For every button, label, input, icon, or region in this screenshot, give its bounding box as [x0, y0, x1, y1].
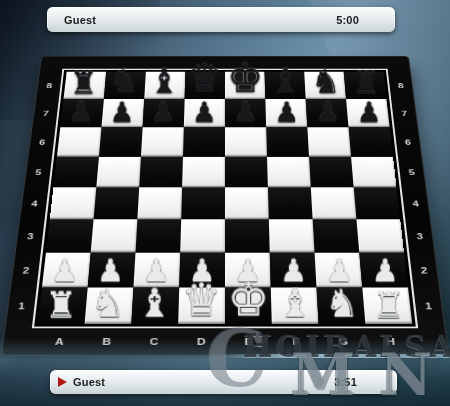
rank-label-left-3: 3 [17, 219, 44, 252]
black-pawn[interactable]: ♟ [143, 99, 184, 127]
board-area: ♜♞♝♛♚♝♞♜♟♟♟♟♟♟♟♟♟♟♟♟♟♟♟♟♜♞♝♛♚♝♞♜ 8765432… [24, 0, 426, 393]
square-h6[interactable] [349, 127, 394, 156]
square-b3[interactable] [91, 219, 138, 252]
square-h3[interactable] [356, 219, 404, 252]
white-rook[interactable]: ♜ [365, 287, 412, 323]
square-h7[interactable]: ♟ [346, 99, 390, 127]
black-king[interactable]: ♚ [225, 58, 265, 98]
white-knight[interactable]: ♞ [319, 285, 366, 323]
white-pawn[interactable]: ♟ [362, 256, 408, 287]
rank-label-right-6: 6 [395, 127, 420, 156]
square-a3[interactable] [46, 219, 94, 252]
square-h2[interactable]: ♟ [359, 253, 408, 288]
rank-label-right-2: 2 [410, 253, 438, 288]
white-player-name: Guest [73, 376, 105, 388]
black-clock-bar: Guest 5:00 [47, 7, 395, 32]
rank-label-right-3: 3 [406, 219, 433, 252]
square-e7[interactable]: ♟ [225, 99, 266, 127]
black-rook[interactable]: ♜ [64, 67, 104, 98]
square-a6[interactable] [57, 127, 102, 156]
black-pawn[interactable]: ♟ [184, 99, 225, 127]
square-f4[interactable] [268, 187, 313, 219]
file-label-f: F [272, 330, 320, 353]
square-a1[interactable]: ♜ [38, 288, 88, 324]
rank-label-right-4: 4 [403, 187, 429, 219]
white-queen[interactable]: ♛ [178, 279, 225, 324]
black-pawn[interactable]: ♟ [101, 99, 142, 127]
square-g1[interactable]: ♞ [317, 288, 366, 324]
square-c3[interactable] [135, 219, 181, 252]
white-knight[interactable]: ♞ [85, 285, 132, 323]
rank-label-left-8: 8 [37, 72, 61, 99]
white-king[interactable]: ♚ [225, 276, 272, 323]
square-g5[interactable] [309, 157, 354, 188]
black-player-name: Guest [64, 14, 96, 26]
square-a4[interactable] [50, 187, 97, 219]
square-b6[interactable] [99, 127, 143, 156]
active-turn-flag-icon [58, 377, 67, 387]
square-b5[interactable] [96, 157, 141, 188]
file-label-e: E [225, 330, 273, 353]
square-h1[interactable]: ♜ [362, 288, 412, 324]
square-g7[interactable]: ♟ [306, 99, 349, 127]
file-label-c: C [130, 330, 178, 353]
black-bishop[interactable]: ♝ [144, 64, 184, 98]
chess-game-window: ♜♞♝♛♚♝♞♜♟♟♟♟♟♟♟♟♟♟♟♟♟♟♟♟♜♞♝♛♚♝♞♜ 8765432… [0, 0, 450, 406]
black-pawn[interactable]: ♟ [266, 99, 307, 127]
file-label-a: A [34, 330, 84, 353]
rank-label-left-2: 2 [12, 253, 40, 288]
white-bishop[interactable]: ♝ [272, 284, 319, 323]
rank-label-right-1: 1 [414, 288, 442, 324]
square-f5[interactable] [267, 157, 311, 188]
square-b4[interactable] [94, 187, 140, 219]
black-knight[interactable]: ♞ [306, 65, 346, 98]
chess-board: ♜♞♝♛♚♝♞♜♟♟♟♟♟♟♟♟♟♟♟♟♟♟♟♟♜♞♝♛♚♝♞♜ 8765432… [2, 57, 448, 355]
square-h4[interactable] [354, 187, 401, 219]
black-pawn[interactable]: ♟ [349, 99, 390, 127]
square-f3[interactable] [269, 219, 315, 252]
square-g3[interactable] [313, 219, 360, 252]
square-a5[interactable] [53, 157, 99, 188]
white-pawn[interactable]: ♟ [42, 256, 88, 287]
rank-label-right-7: 7 [392, 99, 416, 127]
rank-label-right-8: 8 [389, 72, 413, 99]
square-g4[interactable] [311, 187, 357, 219]
square-d5[interactable] [182, 157, 225, 188]
black-rook[interactable]: ♜ [346, 67, 386, 98]
square-e3[interactable] [225, 219, 270, 252]
square-e6[interactable] [225, 127, 267, 156]
file-label-g: G [319, 330, 368, 353]
file-label-d: D [177, 330, 225, 353]
square-e5[interactable] [225, 157, 268, 188]
square-b7[interactable]: ♟ [101, 99, 144, 127]
square-d4[interactable] [181, 187, 225, 219]
rank-label-left-1: 1 [7, 288, 35, 324]
black-pawn[interactable]: ♟ [60, 99, 101, 127]
square-d1[interactable]: ♛ [178, 288, 225, 324]
board-inner-frame: ♜♞♝♛♚♝♞♜♟♟♟♟♟♟♟♟♟♟♟♟♟♟♟♟♜♞♝♛♚♝♞♜ [32, 69, 418, 329]
black-knight[interactable]: ♞ [104, 65, 144, 98]
white-bishop[interactable]: ♝ [131, 284, 178, 323]
black-pawn[interactable]: ♟ [307, 99, 348, 127]
square-g6[interactable] [307, 127, 351, 156]
square-e4[interactable] [225, 187, 269, 219]
white-rook[interactable]: ♜ [38, 287, 85, 323]
square-b1[interactable]: ♞ [85, 288, 134, 324]
square-c4[interactable] [137, 187, 182, 219]
file-label-h: H [366, 330, 416, 353]
white-clock-bar: Guest 3:51 [50, 370, 397, 394]
black-bishop[interactable]: ♝ [265, 64, 305, 98]
square-c6[interactable] [141, 127, 184, 156]
file-label-b: B [82, 330, 131, 353]
square-f7[interactable]: ♟ [265, 99, 307, 127]
square-c7[interactable]: ♟ [143, 99, 185, 127]
black-queen[interactable]: ♛ [185, 60, 225, 98]
rank-label-left-5: 5 [25, 157, 51, 188]
square-f1[interactable]: ♝ [271, 288, 319, 324]
square-d6[interactable] [183, 127, 225, 156]
square-e1[interactable]: ♚ [225, 288, 272, 324]
square-c5[interactable] [139, 157, 183, 188]
board-grid: ♜♞♝♛♚♝♞♜♟♟♟♟♟♟♟♟♟♟♟♟♟♟♟♟♜♞♝♛♚♝♞♜ [38, 72, 412, 324]
square-a7[interactable]: ♟ [60, 99, 104, 127]
square-d7[interactable]: ♟ [184, 99, 225, 127]
square-c1[interactable]: ♝ [131, 288, 179, 324]
black-clock-time: 5:00 [336, 14, 359, 26]
rank-label-left-4: 4 [21, 187, 47, 219]
square-a2[interactable]: ♟ [42, 253, 91, 288]
square-d3[interactable] [180, 219, 225, 252]
square-h5[interactable] [351, 157, 397, 188]
rank-label-right-5: 5 [399, 157, 425, 188]
square-f6[interactable] [266, 127, 309, 156]
black-pawn[interactable]: ♟ [225, 99, 266, 127]
rank-label-left-7: 7 [33, 99, 57, 127]
rank-label-left-6: 6 [30, 127, 55, 156]
white-clock-time: 3:51 [334, 376, 357, 388]
